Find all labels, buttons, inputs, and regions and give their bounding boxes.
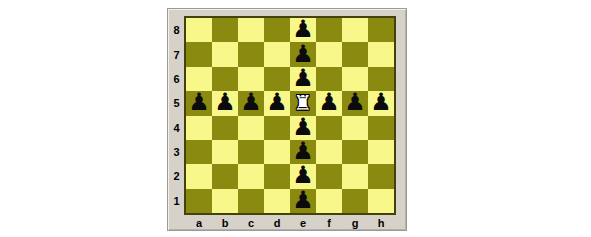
square-g7[interactable] xyxy=(342,42,368,66)
square-a1[interactable] xyxy=(186,189,212,213)
rank-label-2: 2 xyxy=(169,164,184,188)
square-b4[interactable] xyxy=(212,116,238,140)
piece-black-pawn: ♟ xyxy=(240,91,262,114)
square-g6[interactable] xyxy=(342,67,368,91)
square-f4[interactable] xyxy=(316,116,342,140)
square-f2[interactable] xyxy=(316,164,342,188)
square-d8[interactable] xyxy=(264,18,290,42)
piece-black-pawn: ♟ xyxy=(370,91,392,114)
square-a6[interactable] xyxy=(186,67,212,91)
rank-label-3: 3 xyxy=(169,140,184,164)
piece-black-pawn: ♟ xyxy=(292,116,314,139)
square-c2[interactable] xyxy=(238,164,264,188)
piece-black-pawn: ♟ xyxy=(266,91,288,114)
piece-black-pawn: ♟ xyxy=(292,140,314,163)
piece-black-pawn: ♟ xyxy=(214,91,236,114)
file-label-e: e xyxy=(290,217,316,229)
file-label-b: b xyxy=(212,217,238,229)
square-e3[interactable]: ♟ xyxy=(290,140,316,164)
square-d6[interactable] xyxy=(264,67,290,91)
rank-label-1: 1 xyxy=(169,189,184,213)
chess-board: ♟♟♟♟♟♟♟♜♟♟♟♟♟♟♟ xyxy=(184,16,396,215)
rank-label-4: 4 xyxy=(169,116,184,140)
square-h7[interactable] xyxy=(368,42,394,66)
square-f7[interactable] xyxy=(316,42,342,66)
rank-label-8: 8 xyxy=(169,18,184,42)
square-b1[interactable] xyxy=(212,189,238,213)
square-h3[interactable] xyxy=(368,140,394,164)
square-a4[interactable] xyxy=(186,116,212,140)
square-a5[interactable]: ♟ xyxy=(186,91,212,115)
square-e4[interactable]: ♟ xyxy=(290,116,316,140)
piece-black-pawn: ♟ xyxy=(318,91,340,114)
square-b5[interactable]: ♟ xyxy=(212,91,238,115)
square-h6[interactable] xyxy=(368,67,394,91)
square-g5[interactable]: ♟ xyxy=(342,91,368,115)
square-e1[interactable]: ♟ xyxy=(290,189,316,213)
square-c5[interactable]: ♟ xyxy=(238,91,264,115)
square-f3[interactable] xyxy=(316,140,342,164)
piece-black-pawn: ♟ xyxy=(344,91,366,114)
piece-black-pawn: ♟ xyxy=(292,67,314,90)
square-b2[interactable] xyxy=(212,164,238,188)
piece-black-pawn: ♟ xyxy=(292,18,314,41)
square-b6[interactable] xyxy=(212,67,238,91)
square-g4[interactable] xyxy=(342,116,368,140)
square-c1[interactable] xyxy=(238,189,264,213)
piece-black-pawn: ♟ xyxy=(292,189,314,212)
square-f5[interactable]: ♟ xyxy=(316,91,342,115)
square-c8[interactable] xyxy=(238,18,264,42)
square-h8[interactable] xyxy=(368,18,394,42)
square-e2[interactable]: ♟ xyxy=(290,164,316,188)
square-c4[interactable] xyxy=(238,116,264,140)
square-b3[interactable] xyxy=(212,140,238,164)
file-label-c: c xyxy=(238,217,264,229)
square-e7[interactable]: ♟ xyxy=(290,42,316,66)
file-label-g: g xyxy=(342,217,368,229)
file-label-d: d xyxy=(264,217,290,229)
square-g2[interactable] xyxy=(342,164,368,188)
piece-black-pawn: ♟ xyxy=(292,42,314,65)
square-e6[interactable]: ♟ xyxy=(290,67,316,91)
piece-white-rook: ♜ xyxy=(294,93,313,114)
square-g1[interactable] xyxy=(342,189,368,213)
square-a2[interactable] xyxy=(186,164,212,188)
board-frame: 87654321 ♟♟♟♟♟♟♟♜♟♟♟♟♟♟♟ abcdefgh xyxy=(167,8,407,231)
square-f8[interactable] xyxy=(316,18,342,42)
square-a3[interactable] xyxy=(186,140,212,164)
rank-label-7: 7 xyxy=(169,42,184,66)
square-g8[interactable] xyxy=(342,18,368,42)
square-d4[interactable] xyxy=(264,116,290,140)
square-h4[interactable] xyxy=(368,116,394,140)
square-h1[interactable] xyxy=(368,189,394,213)
square-g3[interactable] xyxy=(342,140,368,164)
square-c3[interactable] xyxy=(238,140,264,164)
square-b8[interactable] xyxy=(212,18,238,42)
square-h2[interactable] xyxy=(368,164,394,188)
square-c7[interactable] xyxy=(238,42,264,66)
square-a8[interactable] xyxy=(186,18,212,42)
square-b7[interactable] xyxy=(212,42,238,66)
square-d5[interactable]: ♟ xyxy=(264,91,290,115)
square-f1[interactable] xyxy=(316,189,342,213)
piece-black-pawn: ♟ xyxy=(188,91,210,114)
square-d7[interactable] xyxy=(264,42,290,66)
square-c6[interactable] xyxy=(238,67,264,91)
rank-label-6: 6 xyxy=(169,67,184,91)
rank-label-5: 5 xyxy=(169,91,184,115)
file-labels: abcdefgh xyxy=(184,215,396,231)
square-a7[interactable] xyxy=(186,42,212,66)
square-d1[interactable] xyxy=(264,189,290,213)
piece-black-pawn: ♟ xyxy=(292,164,314,187)
file-label-f: f xyxy=(316,217,342,229)
square-e8[interactable]: ♟ xyxy=(290,18,316,42)
square-h5[interactable]: ♟ xyxy=(368,91,394,115)
frame-inner: 87654321 ♟♟♟♟♟♟♟♜♟♟♟♟♟♟♟ abcdefgh xyxy=(169,16,396,231)
square-d3[interactable] xyxy=(264,140,290,164)
file-label-h: h xyxy=(368,217,394,229)
square-d2[interactable] xyxy=(264,164,290,188)
rank-labels: 87654321 xyxy=(169,16,184,215)
square-e5[interactable]: ♜ xyxy=(290,91,316,115)
square-f6[interactable] xyxy=(316,67,342,91)
file-label-a: a xyxy=(186,217,212,229)
